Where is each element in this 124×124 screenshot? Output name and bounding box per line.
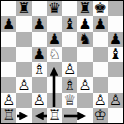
square-f1[interactable] <box>77 108 92 123</box>
square-e1[interactable] <box>62 108 77 123</box>
square-e5[interactable] <box>62 47 77 62</box>
square-f7[interactable]: ♟ <box>77 16 92 31</box>
square-e6[interactable] <box>62 32 77 47</box>
square-d2[interactable] <box>47 93 62 108</box>
square-e4[interactable]: ♙ <box>62 62 77 77</box>
square-g5[interactable] <box>93 47 108 62</box>
piece-white-pawn: ♙ <box>2 93 15 107</box>
piece-black-pawn: ♟ <box>33 16 46 30</box>
piece-black-knight: ♞ <box>78 32 91 46</box>
square-a6[interactable] <box>1 32 16 47</box>
square-c3[interactable] <box>32 77 47 92</box>
piece-white-pawn: ♙ <box>33 93 46 107</box>
piece-white-rook: ♖ <box>2 108 15 122</box>
square-h3[interactable] <box>108 77 123 92</box>
piece-black-bishop: ♝ <box>109 47 122 61</box>
square-c7[interactable]: ♟ <box>32 16 47 31</box>
piece-white-pawn: ♙ <box>17 77 30 91</box>
square-e2[interactable]: ♕ <box>62 93 77 108</box>
square-b1[interactable] <box>16 108 31 123</box>
square-h1[interactable] <box>108 108 123 123</box>
square-h4[interactable] <box>108 62 123 77</box>
piece-white-bishop: ♗ <box>63 77 76 91</box>
square-b5[interactable] <box>16 47 31 62</box>
piece-black-queen: ♛ <box>48 1 61 15</box>
square-d3[interactable] <box>47 77 62 92</box>
square-f3[interactable]: ♙ <box>77 77 92 92</box>
chess-board: ♜♛♜♚♟♟♝♟♟♟♞♟♟♘♝♗♙♙♗♙♙♙♕♙♙♖♖♔ <box>0 0 124 124</box>
piece-black-pawn: ♟ <box>94 16 107 30</box>
square-b3[interactable]: ♙ <box>16 77 31 92</box>
square-g2[interactable]: ♙ <box>93 93 108 108</box>
square-c8[interactable] <box>32 1 47 16</box>
piece-white-bishop: ♗ <box>33 62 46 76</box>
square-d5[interactable]: ♘ <box>47 47 62 62</box>
piece-black-king: ♚ <box>94 1 107 15</box>
square-c2[interactable]: ♙ <box>32 93 47 108</box>
square-g7[interactable]: ♟ <box>93 16 108 31</box>
piece-white-pawn: ♙ <box>63 62 76 76</box>
square-g1[interactable]: ♔ <box>93 108 108 123</box>
square-d8[interactable]: ♛ <box>47 1 62 16</box>
square-g3[interactable] <box>93 77 108 92</box>
piece-white-rook: ♖ <box>48 108 61 122</box>
square-d4[interactable] <box>47 62 62 77</box>
piece-black-pawn: ♟ <box>109 32 122 46</box>
piece-white-queen: ♕ <box>63 93 76 107</box>
square-e8[interactable] <box>62 1 77 16</box>
square-c4[interactable]: ♗ <box>32 62 47 77</box>
piece-black-rook: ♜ <box>78 1 91 15</box>
square-a2[interactable]: ♙ <box>1 93 16 108</box>
square-b2[interactable] <box>16 93 31 108</box>
square-e3[interactable]: ♗ <box>62 77 77 92</box>
piece-black-rook: ♜ <box>17 1 30 15</box>
square-a3[interactable] <box>1 77 16 92</box>
square-h8[interactable] <box>108 1 123 16</box>
square-b8[interactable]: ♜ <box>16 1 31 16</box>
square-a4[interactable] <box>1 62 16 77</box>
chess-board-wrapper: ♜♛♜♚♟♟♝♟♟♟♞♟♟♘♝♗♙♙♗♙♙♙♕♙♙♖♖♔ <box>0 0 124 124</box>
piece-black-pawn: ♟ <box>78 16 91 30</box>
square-a7[interactable]: ♟ <box>1 16 16 31</box>
piece-black-pawn: ♟ <box>33 47 46 61</box>
square-f4[interactable] <box>77 62 92 77</box>
piece-black-pawn: ♟ <box>2 16 15 30</box>
square-e7[interactable]: ♝ <box>62 16 77 31</box>
square-h5[interactable]: ♝ <box>108 47 123 62</box>
square-d6[interactable]: ♟ <box>47 32 62 47</box>
square-c1[interactable] <box>32 108 47 123</box>
square-a1[interactable]: ♖ <box>1 108 16 123</box>
square-g6[interactable] <box>93 32 108 47</box>
piece-white-pawn: ♙ <box>109 93 122 107</box>
square-g8[interactable]: ♚ <box>93 1 108 16</box>
square-f8[interactable]: ♜ <box>77 1 92 16</box>
square-c6[interactable] <box>32 32 47 47</box>
square-a5[interactable] <box>1 47 16 62</box>
piece-white-pawn: ♙ <box>78 77 91 91</box>
square-h7[interactable] <box>108 16 123 31</box>
piece-white-knight: ♘ <box>48 47 61 61</box>
square-f5[interactable] <box>77 47 92 62</box>
square-h2[interactable]: ♙ <box>108 93 123 108</box>
square-b7[interactable] <box>16 16 31 31</box>
square-b6[interactable] <box>16 32 31 47</box>
piece-white-king: ♔ <box>94 108 107 122</box>
square-g4[interactable] <box>93 62 108 77</box>
square-d1[interactable]: ♖ <box>47 108 62 123</box>
square-a8[interactable] <box>1 1 16 16</box>
square-f6[interactable]: ♞ <box>77 32 92 47</box>
piece-black-pawn: ♟ <box>48 32 61 46</box>
square-f2[interactable] <box>77 93 92 108</box>
square-b4[interactable] <box>16 62 31 77</box>
square-h6[interactable]: ♟ <box>108 32 123 47</box>
square-d7[interactable] <box>47 16 62 31</box>
piece-white-pawn: ♙ <box>94 93 107 107</box>
piece-black-bishop: ♝ <box>63 16 76 30</box>
square-c5[interactable]: ♟ <box>32 47 47 62</box>
